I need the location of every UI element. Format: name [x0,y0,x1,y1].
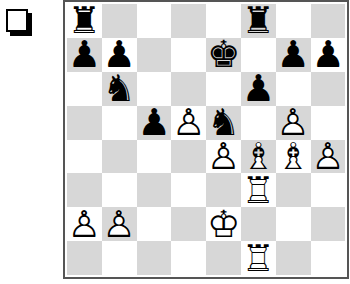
chess-board: ♜♜♟♟♚♟♟♞♟♟♟♙♞♟♙♟♙♝♗♝♗♟♙♜♖♟♙♟♙♚♔♜♖ [63,0,349,279]
black-pawn-piece: ♟ [277,38,310,71]
white-king-piece: ♚♔ [207,208,240,241]
square-f8[interactable]: ♜ [241,4,276,38]
square-f1[interactable]: ♜♖ [241,241,276,275]
square-c2[interactable] [137,207,172,241]
white-rook-piece: ♜♖ [242,242,275,275]
square-d5[interactable]: ♟♙ [171,106,206,140]
white-rook-piece: ♜♖ [242,174,275,207]
square-a2[interactable]: ♟♙ [67,207,102,241]
square-f6[interactable]: ♟ [241,72,276,106]
square-e2[interactable]: ♚♔ [206,207,241,241]
square-h1[interactable] [311,241,346,275]
square-a4[interactable] [67,140,102,174]
square-c8[interactable] [137,4,172,38]
square-c3[interactable] [137,173,172,207]
square-h2[interactable] [311,207,346,241]
square-a1[interactable] [67,241,102,275]
square-d8[interactable] [171,4,206,38]
square-e1[interactable] [206,241,241,275]
square-b1[interactable] [102,241,137,275]
square-a6[interactable] [67,72,102,106]
white-to-move-indicator [6,9,28,32]
square-h3[interactable] [311,173,346,207]
square-a7[interactable]: ♟ [67,38,102,72]
black-king-piece: ♚ [207,38,240,71]
square-g3[interactable] [276,173,311,207]
square-c4[interactable] [137,140,172,174]
square-g2[interactable] [276,207,311,241]
square-c1[interactable] [137,241,172,275]
black-pawn-piece: ♟ [137,106,170,139]
square-b4[interactable] [102,140,137,174]
black-pawn-piece: ♟ [311,38,344,71]
square-b6[interactable]: ♞ [102,72,137,106]
square-g7[interactable]: ♟ [276,38,311,72]
black-rook-piece: ♜ [242,4,275,37]
square-d4[interactable] [171,140,206,174]
white-pawn-piece: ♟♙ [311,140,344,173]
square-a5[interactable] [67,106,102,140]
black-knight-piece: ♞ [103,72,136,105]
black-pawn-piece: ♟ [68,38,101,71]
square-b5[interactable] [102,106,137,140]
square-c5[interactable]: ♟ [137,106,172,140]
square-d3[interactable] [171,173,206,207]
square-f3[interactable]: ♜♖ [241,173,276,207]
white-pawn-piece: ♟♙ [103,208,136,241]
square-e7[interactable]: ♚ [206,38,241,72]
square-d2[interactable] [171,207,206,241]
square-c7[interactable] [137,38,172,72]
square-g1[interactable] [276,241,311,275]
square-b2[interactable]: ♟♙ [102,207,137,241]
white-bishop-piece: ♝♗ [277,140,310,173]
square-h6[interactable] [311,72,346,106]
square-g4[interactable]: ♝♗ [276,140,311,174]
white-pawn-piece: ♟♙ [207,140,240,173]
square-d7[interactable] [171,38,206,72]
square-e4[interactable]: ♟♙ [206,140,241,174]
square-h4[interactable]: ♟♙ [311,140,346,174]
white-pawn-piece: ♟♙ [68,208,101,241]
square-h7[interactable]: ♟ [311,38,346,72]
square-d1[interactable] [171,241,206,275]
black-pawn-piece: ♟ [242,72,275,105]
white-pawn-piece: ♟♙ [172,106,205,139]
